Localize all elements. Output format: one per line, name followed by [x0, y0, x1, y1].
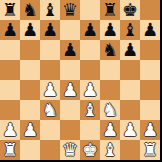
piece-black-pawn[interactable]: ♟ [62, 40, 78, 60]
square-g5[interactable] [120, 60, 140, 80]
square-h2[interactable]: ♟ [140, 120, 160, 140]
square-g2[interactable]: ♟ [120, 120, 140, 140]
piece-black-pawn[interactable]: ♟ [42, 20, 58, 40]
piece-white-pawn[interactable]: ♟ [22, 120, 38, 140]
piece-black-pawn[interactable]: ♟ [142, 20, 158, 40]
piece-black-knight[interactable]: ♞ [22, 0, 38, 20]
piece-black-pawn[interactable]: ♟ [22, 20, 38, 40]
piece-black-rook[interactable]: ♜ [2, 0, 18, 20]
square-h7[interactable]: ♟ [140, 20, 160, 40]
square-a3[interactable] [0, 100, 20, 120]
piece-white-pawn[interactable]: ♟ [142, 120, 158, 140]
square-g7[interactable]: ♝ [120, 20, 140, 40]
square-a1[interactable]: ♜ [0, 140, 20, 160]
square-c3[interactable]: ♞ [40, 100, 60, 120]
square-d3[interactable] [60, 100, 80, 120]
piece-black-king[interactable]: ♚ [122, 0, 138, 20]
square-b1[interactable] [20, 140, 40, 160]
square-g1[interactable] [120, 140, 140, 160]
square-c1[interactable] [40, 140, 60, 160]
square-f8[interactable]: ♜ [100, 0, 120, 20]
square-d7[interactable] [60, 20, 80, 40]
square-e4[interactable]: ♟ [80, 80, 100, 100]
square-f1[interactable]: ♝ [100, 140, 120, 160]
piece-white-pawn[interactable]: ♟ [2, 120, 18, 140]
square-g4[interactable] [120, 80, 140, 100]
square-h8[interactable] [140, 0, 160, 20]
piece-white-pawn[interactable]: ♟ [62, 80, 78, 100]
square-d4[interactable]: ♟ [60, 80, 80, 100]
square-f5[interactable] [100, 60, 120, 80]
piece-black-knight[interactable]: ♞ [102, 40, 118, 60]
square-g8[interactable]: ♚ [120, 0, 140, 20]
square-b8[interactable]: ♞ [20, 0, 40, 20]
piece-white-queen[interactable]: ♛ [62, 140, 78, 160]
square-b5[interactable] [20, 60, 40, 80]
square-e7[interactable]: ♟ [80, 20, 100, 40]
square-f7[interactable]: ♟ [100, 20, 120, 40]
square-f3[interactable]: ♞ [100, 100, 120, 120]
square-c7[interactable]: ♟ [40, 20, 60, 40]
piece-black-pawn[interactable]: ♟ [82, 20, 98, 40]
square-b7[interactable]: ♟ [20, 20, 40, 40]
square-b6[interactable] [20, 40, 40, 60]
piece-black-bishop[interactable]: ♝ [122, 20, 138, 40]
square-e6[interactable] [80, 40, 100, 60]
square-h3[interactable] [140, 100, 160, 120]
square-d6[interactable]: ♟ [60, 40, 80, 60]
chess-board[interactable]: ♜♞♝♛♜♚♟♟♟♟♟♝♟♟♞♟♟♟♟♞♝♞♟♟♟♟♟♜♛♚♝♜ [0, 0, 160, 160]
square-h1[interactable]: ♜ [140, 140, 160, 160]
piece-white-bishop[interactable]: ♝ [82, 100, 98, 120]
square-c8[interactable]: ♝ [40, 0, 60, 20]
square-a8[interactable]: ♜ [0, 0, 20, 20]
square-g6[interactable]: ♟ [120, 40, 140, 60]
square-f2[interactable]: ♟ [100, 120, 120, 140]
piece-white-pawn[interactable]: ♟ [82, 80, 98, 100]
square-d1[interactable]: ♛ [60, 140, 80, 160]
piece-black-queen[interactable]: ♛ [62, 0, 78, 20]
square-c2[interactable] [40, 120, 60, 140]
square-c6[interactable] [40, 40, 60, 60]
piece-white-king[interactable]: ♚ [82, 140, 98, 160]
square-a2[interactable]: ♟ [0, 120, 20, 140]
square-a4[interactable] [0, 80, 20, 100]
piece-black-pawn[interactable]: ♟ [122, 40, 138, 60]
piece-white-pawn[interactable]: ♟ [42, 80, 58, 100]
square-e5[interactable] [80, 60, 100, 80]
square-e3[interactable]: ♝ [80, 100, 100, 120]
square-c5[interactable] [40, 60, 60, 80]
square-d8[interactable]: ♛ [60, 0, 80, 20]
square-e2[interactable] [80, 120, 100, 140]
piece-white-rook[interactable]: ♜ [2, 140, 18, 160]
piece-white-knight[interactable]: ♞ [42, 100, 58, 120]
square-f4[interactable] [100, 80, 120, 100]
square-a7[interactable]: ♟ [0, 20, 20, 40]
square-b4[interactable] [20, 80, 40, 100]
piece-black-rook[interactable]: ♜ [102, 0, 118, 20]
piece-white-bishop[interactable]: ♝ [102, 140, 118, 160]
square-a6[interactable] [0, 40, 20, 60]
square-d5[interactable] [60, 60, 80, 80]
piece-black-pawn[interactable]: ♟ [2, 20, 18, 40]
square-b2[interactable]: ♟ [20, 120, 40, 140]
piece-white-rook[interactable]: ♜ [142, 140, 158, 160]
square-a5[interactable] [0, 60, 20, 80]
square-e1[interactable]: ♚ [80, 140, 100, 160]
square-e8[interactable] [80, 0, 100, 20]
piece-white-pawn[interactable]: ♟ [102, 120, 118, 140]
piece-white-knight[interactable]: ♞ [102, 100, 118, 120]
piece-white-pawn[interactable]: ♟ [122, 120, 138, 140]
chess-board-frame: ♜♞♝♛♜♚♟♟♟♟♟♝♟♟♞♟♟♟♟♞♝♞♟♟♟♟♟♜♛♚♝♜ [0, 0, 162, 162]
square-c4[interactable]: ♟ [40, 80, 60, 100]
square-b3[interactable] [20, 100, 40, 120]
square-h4[interactable] [140, 80, 160, 100]
square-h6[interactable] [140, 40, 160, 60]
square-f6[interactable]: ♞ [100, 40, 120, 60]
square-g3[interactable] [120, 100, 140, 120]
square-d2[interactable] [60, 120, 80, 140]
piece-black-bishop[interactable]: ♝ [42, 0, 58, 20]
piece-black-pawn[interactable]: ♟ [102, 20, 118, 40]
square-h5[interactable] [140, 60, 160, 80]
